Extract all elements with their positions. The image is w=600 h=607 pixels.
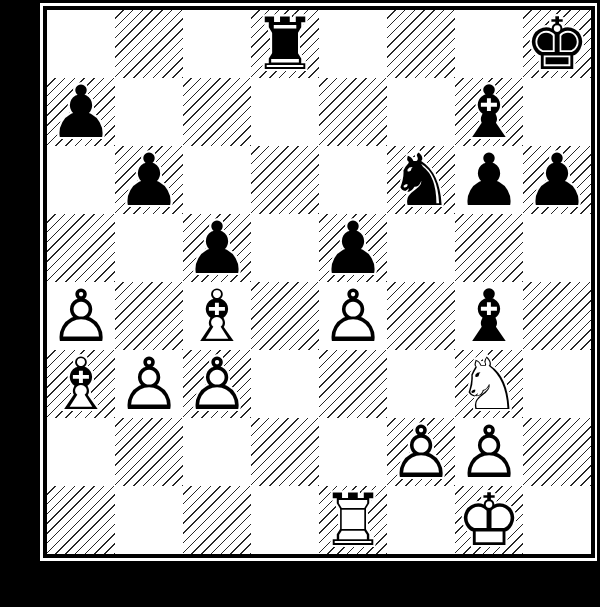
piece-white-knight: ♞♘ xyxy=(455,350,523,418)
square-e1[interactable]: ♜♖ xyxy=(319,486,387,554)
square-c6[interactable] xyxy=(183,146,251,214)
piece-black-bishop: ♝♝ xyxy=(455,282,523,350)
white-pawn-icon: ♙ xyxy=(455,418,523,486)
black-knight-icon: ♞ xyxy=(387,146,455,214)
square-g7[interactable]: ♝♝ xyxy=(455,78,523,146)
square-b3[interactable]: ♟♙ xyxy=(115,350,183,418)
square-b8[interactable] xyxy=(115,10,183,78)
black-pawn-icon: ♟ xyxy=(115,146,183,214)
white-bishop-icon: ♗ xyxy=(183,282,251,350)
square-d6[interactable] xyxy=(251,146,319,214)
square-h7[interactable] xyxy=(523,78,591,146)
piece-black-pawn: ♟♟ xyxy=(319,214,387,282)
white-king-icon: ♔ xyxy=(455,486,523,554)
board-paper: ♜♜♚♚♟♟♝♝♟♟♞♞♟♟♟♟♟♟♟♟♟♙♝♗♟♙♝♝♝♗♟♙♟♙♞♘♟♙♟♙… xyxy=(40,3,597,561)
square-c7[interactable] xyxy=(183,78,251,146)
square-d4[interactable] xyxy=(251,282,319,350)
square-g5[interactable] xyxy=(455,214,523,282)
square-b6[interactable]: ♟♟ xyxy=(115,146,183,214)
square-b5[interactable] xyxy=(115,214,183,282)
square-h4[interactable] xyxy=(523,282,591,350)
piece-white-pawn: ♟♙ xyxy=(183,350,251,418)
black-pawn-icon: ♟ xyxy=(455,146,523,214)
square-e5[interactable]: ♟♟ xyxy=(319,214,387,282)
square-a8[interactable] xyxy=(47,10,115,78)
square-g3[interactable]: ♞♘ xyxy=(455,350,523,418)
piece-white-pawn: ♟♙ xyxy=(319,282,387,350)
square-a3[interactable]: ♝♗ xyxy=(47,350,115,418)
square-b1[interactable] xyxy=(115,486,183,554)
piece-black-pawn: ♟♟ xyxy=(523,146,591,214)
square-a1[interactable] xyxy=(47,486,115,554)
piece-black-king: ♚♚ xyxy=(523,10,591,78)
square-h3[interactable] xyxy=(523,350,591,418)
square-b4[interactable] xyxy=(115,282,183,350)
square-e2[interactable] xyxy=(319,418,387,486)
square-g6[interactable]: ♟♟ xyxy=(455,146,523,214)
square-b7[interactable] xyxy=(115,78,183,146)
square-d5[interactable] xyxy=(251,214,319,282)
square-a2[interactable] xyxy=(47,418,115,486)
piece-white-pawn: ♟♙ xyxy=(115,350,183,418)
square-c1[interactable] xyxy=(183,486,251,554)
square-c8[interactable] xyxy=(183,10,251,78)
black-bishop-icon: ♝ xyxy=(455,78,523,146)
square-g2[interactable]: ♟♙ xyxy=(455,418,523,486)
square-a5[interactable] xyxy=(47,214,115,282)
white-rook-icon: ♖ xyxy=(319,486,387,554)
square-h1[interactable] xyxy=(523,486,591,554)
square-d7[interactable] xyxy=(251,78,319,146)
square-c2[interactable] xyxy=(183,418,251,486)
square-e7[interactable] xyxy=(319,78,387,146)
piece-black-pawn: ♟♟ xyxy=(47,78,115,146)
piece-white-bishop: ♝♗ xyxy=(183,282,251,350)
square-e8[interactable] xyxy=(319,10,387,78)
square-h8[interactable]: ♚♚ xyxy=(523,10,591,78)
square-e6[interactable] xyxy=(319,146,387,214)
black-rook-icon: ♜ xyxy=(251,10,319,78)
square-h5[interactable] xyxy=(523,214,591,282)
piece-black-bishop: ♝♝ xyxy=(455,78,523,146)
square-a7[interactable]: ♟♟ xyxy=(47,78,115,146)
square-f1[interactable] xyxy=(387,486,455,554)
square-a4[interactable]: ♟♙ xyxy=(47,282,115,350)
black-pawn-icon: ♟ xyxy=(523,146,591,214)
piece-black-pawn: ♟♟ xyxy=(183,214,251,282)
page-background: { "game": "chess", "position": { "fen": … xyxy=(0,0,600,607)
square-g1[interactable]: ♚♔ xyxy=(455,486,523,554)
square-f7[interactable] xyxy=(387,78,455,146)
black-bishop-icon: ♝ xyxy=(455,282,523,350)
square-f2[interactable]: ♟♙ xyxy=(387,418,455,486)
square-h6[interactable]: ♟♟ xyxy=(523,146,591,214)
square-f4[interactable] xyxy=(387,282,455,350)
piece-white-bishop: ♝♗ xyxy=(47,350,115,418)
piece-black-rook: ♜♜ xyxy=(251,10,319,78)
square-c3[interactable]: ♟♙ xyxy=(183,350,251,418)
square-d1[interactable] xyxy=(251,486,319,554)
square-g8[interactable] xyxy=(455,10,523,78)
square-e4[interactable]: ♟♙ xyxy=(319,282,387,350)
black-pawn-icon: ♟ xyxy=(47,78,115,146)
square-g4[interactable]: ♝♝ xyxy=(455,282,523,350)
piece-black-pawn: ♟♟ xyxy=(455,146,523,214)
piece-white-pawn: ♟♙ xyxy=(47,282,115,350)
square-a6[interactable] xyxy=(47,146,115,214)
black-king-icon: ♚ xyxy=(523,10,591,78)
piece-black-pawn: ♟♟ xyxy=(115,146,183,214)
square-f5[interactable] xyxy=(387,214,455,282)
square-h2[interactable] xyxy=(523,418,591,486)
square-f6[interactable]: ♞♞ xyxy=(387,146,455,214)
square-d2[interactable] xyxy=(251,418,319,486)
white-pawn-icon: ♙ xyxy=(387,418,455,486)
square-d8[interactable]: ♜♜ xyxy=(251,10,319,78)
square-d3[interactable] xyxy=(251,350,319,418)
white-knight-icon: ♘ xyxy=(455,350,523,418)
square-c4[interactable]: ♝♗ xyxy=(183,282,251,350)
white-bishop-icon: ♗ xyxy=(47,350,115,418)
piece-black-knight: ♞♞ xyxy=(387,146,455,214)
white-pawn-icon: ♙ xyxy=(115,350,183,418)
white-pawn-icon: ♙ xyxy=(183,350,251,418)
piece-white-king: ♚♔ xyxy=(455,486,523,554)
piece-white-rook: ♜♖ xyxy=(319,486,387,554)
black-pawn-icon: ♟ xyxy=(319,214,387,282)
white-pawn-icon: ♙ xyxy=(47,282,115,350)
white-pawn-icon: ♙ xyxy=(319,282,387,350)
square-f8[interactable] xyxy=(387,10,455,78)
piece-white-pawn: ♟♙ xyxy=(455,418,523,486)
black-pawn-icon: ♟ xyxy=(183,214,251,282)
board-frame: ♜♜♚♚♟♟♝♝♟♟♞♞♟♟♟♟♟♟♟♟♟♙♝♗♟♙♝♝♝♗♟♙♟♙♞♘♟♙♟♙… xyxy=(43,6,595,558)
square-e3[interactable] xyxy=(319,350,387,418)
square-f3[interactable] xyxy=(387,350,455,418)
board: ♜♜♚♚♟♟♝♝♟♟♞♞♟♟♟♟♟♟♟♟♟♙♝♗♟♙♝♝♝♗♟♙♟♙♞♘♟♙♟♙… xyxy=(47,10,591,554)
square-c5[interactable]: ♟♟ xyxy=(183,214,251,282)
square-b2[interactable] xyxy=(115,418,183,486)
piece-white-pawn: ♟♙ xyxy=(387,418,455,486)
